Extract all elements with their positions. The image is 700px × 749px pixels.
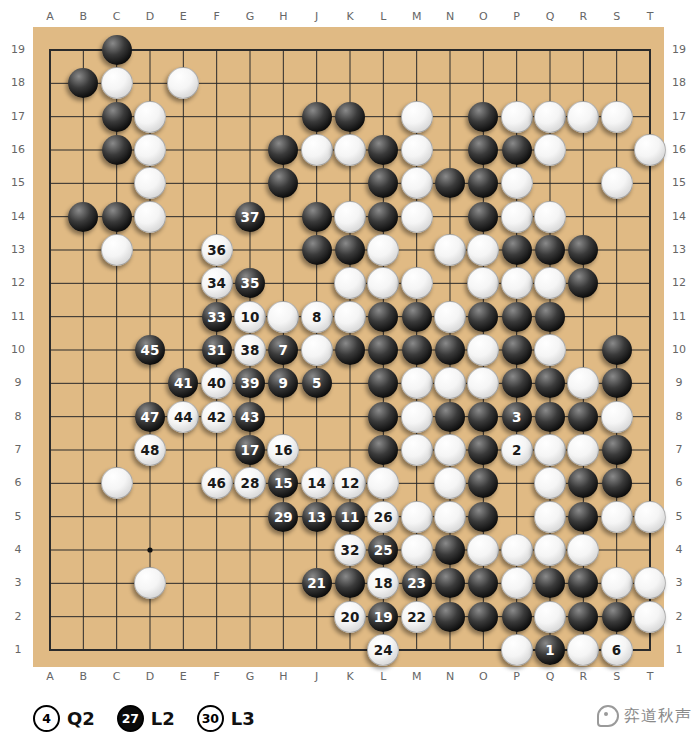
intersection-A4 bbox=[33, 533, 66, 566]
intersection-L10 bbox=[367, 333, 400, 366]
intersection-D17 bbox=[133, 100, 166, 133]
intersection-C6 bbox=[100, 467, 133, 500]
intersection-J8 bbox=[300, 400, 333, 433]
white-stone-D14 bbox=[134, 201, 166, 233]
col-label-top-O: O bbox=[470, 10, 496, 24]
intersection-K19 bbox=[333, 33, 366, 66]
intersection-K10 bbox=[333, 333, 366, 366]
intersection-T11 bbox=[633, 300, 666, 333]
black-stone-O2 bbox=[468, 602, 498, 632]
intersection-F19 bbox=[200, 33, 233, 66]
intersection-N13 bbox=[433, 233, 466, 266]
intersection-F10: 31 bbox=[200, 333, 233, 366]
white-stone-O10 bbox=[467, 334, 499, 366]
intersection-L1: 24 bbox=[367, 633, 400, 666]
intersection-B5 bbox=[67, 500, 100, 533]
col-label-bottom-P: P bbox=[504, 670, 530, 684]
intersection-A3 bbox=[33, 567, 66, 600]
intersection-D8: 47 bbox=[133, 400, 166, 433]
intersection-E19 bbox=[167, 33, 200, 66]
white-stone-F6: 46 bbox=[201, 467, 233, 499]
white-stone-K6: 12 bbox=[334, 467, 366, 499]
intersection-J18 bbox=[300, 67, 333, 100]
intersection-O3 bbox=[467, 567, 500, 600]
black-stone-Q13 bbox=[535, 235, 565, 265]
intersection-J9: 5 bbox=[300, 367, 333, 400]
intersection-P18 bbox=[500, 67, 533, 100]
black-stone-C14 bbox=[102, 202, 132, 232]
col-label-top-H: H bbox=[270, 10, 296, 24]
intersection-Q6 bbox=[533, 467, 566, 500]
intersection-O8 bbox=[467, 400, 500, 433]
black-stone-O3 bbox=[468, 568, 498, 598]
black-stone-H9: 9 bbox=[268, 368, 298, 398]
intersection-K14 bbox=[333, 200, 366, 233]
white-stone-J10 bbox=[301, 334, 333, 366]
white-stone-F8: 42 bbox=[201, 401, 233, 433]
caption-point-4: Q2 bbox=[67, 708, 95, 729]
intersection-N10 bbox=[433, 333, 466, 366]
col-label-top-J: J bbox=[304, 10, 330, 24]
intersection-Q14 bbox=[533, 200, 566, 233]
intersection-T17 bbox=[633, 100, 666, 133]
intersection-Q11 bbox=[533, 300, 566, 333]
intersection-L9 bbox=[367, 367, 400, 400]
intersection-T7 bbox=[633, 433, 666, 466]
intersection-B17 bbox=[67, 100, 100, 133]
col-label-top-N: N bbox=[437, 10, 463, 24]
intersection-O1 bbox=[467, 633, 500, 666]
white-stone-F12: 34 bbox=[201, 267, 233, 299]
white-stone-M12 bbox=[401, 267, 433, 299]
intersection-O5 bbox=[467, 500, 500, 533]
white-stone-M8 bbox=[401, 401, 433, 433]
black-stone-H6: 15 bbox=[268, 468, 298, 498]
intersection-F6: 46 bbox=[200, 467, 233, 500]
intersection-B9 bbox=[67, 367, 100, 400]
intersection-S4 bbox=[600, 533, 633, 566]
intersection-J1 bbox=[300, 633, 333, 666]
intersection-G11: 10 bbox=[233, 300, 266, 333]
intersection-R2 bbox=[567, 600, 600, 633]
intersection-G4 bbox=[233, 533, 266, 566]
intersection-C2 bbox=[100, 600, 133, 633]
intersection-Q15 bbox=[533, 167, 566, 200]
row-label-left-10: 10 bbox=[5, 343, 31, 357]
black-stone-F10: 31 bbox=[202, 335, 232, 365]
intersection-D18 bbox=[133, 67, 166, 100]
white-stone-Q2 bbox=[534, 601, 566, 633]
black-stone-O6 bbox=[468, 468, 498, 498]
intersection-C17 bbox=[100, 100, 133, 133]
intersection-S18 bbox=[600, 67, 633, 100]
intersection-O18 bbox=[467, 67, 500, 100]
black-stone-H15 bbox=[268, 168, 298, 198]
intersection-E9: 41 bbox=[167, 367, 200, 400]
intersection-N3 bbox=[433, 567, 466, 600]
black-stone-L14 bbox=[368, 202, 398, 232]
black-stone-K13 bbox=[335, 235, 365, 265]
col-label-top-A: A bbox=[37, 10, 63, 24]
row-label-right-17: 17 bbox=[666, 110, 692, 124]
row-label-left-18: 18 bbox=[5, 76, 31, 90]
black-stone-E9: 41 bbox=[168, 368, 198, 398]
intersection-Q12 bbox=[533, 267, 566, 300]
go-diagram: AABBCCDDEEFFGGHHJJKKLLMMNNOOPPQQRRSSTT19… bbox=[0, 0, 700, 749]
black-stone-J9: 5 bbox=[302, 368, 332, 398]
intersection-Q3 bbox=[533, 567, 566, 600]
intersection-S11 bbox=[600, 300, 633, 333]
white-stone-T2 bbox=[634, 601, 666, 633]
watermark-text: 弈道秋声 bbox=[624, 706, 692, 727]
intersection-C7 bbox=[100, 433, 133, 466]
intersection-E3 bbox=[167, 567, 200, 600]
intersection-Q8 bbox=[533, 400, 566, 433]
intersection-P19 bbox=[500, 33, 533, 66]
intersection-G12: 35 bbox=[233, 267, 266, 300]
intersection-H14 bbox=[267, 200, 300, 233]
col-label-bottom-G: G bbox=[237, 670, 263, 684]
intersection-B8 bbox=[67, 400, 100, 433]
row-label-right-3: 3 bbox=[666, 576, 692, 590]
white-stone-L1: 24 bbox=[367, 634, 399, 666]
col-label-bottom-O: O bbox=[470, 670, 496, 684]
row-label-right-14: 14 bbox=[666, 210, 692, 224]
col-label-bottom-D: D bbox=[137, 670, 163, 684]
black-stone-O15 bbox=[468, 168, 498, 198]
intersection-A16 bbox=[33, 133, 66, 166]
intersection-P7: 2 bbox=[500, 433, 533, 466]
intersection-C4 bbox=[100, 533, 133, 566]
row-label-left-1: 1 bbox=[5, 643, 31, 657]
white-stone-M7 bbox=[401, 434, 433, 466]
intersection-H17 bbox=[267, 100, 300, 133]
intersection-O16 bbox=[467, 133, 500, 166]
intersection-G1 bbox=[233, 633, 266, 666]
intersection-A2 bbox=[33, 600, 66, 633]
go-board: 3736343533108453138741403995474442433481… bbox=[33, 33, 666, 666]
intersection-A5 bbox=[33, 500, 66, 533]
intersection-N16 bbox=[433, 133, 466, 166]
intersection-G16 bbox=[233, 133, 266, 166]
intersection-F1 bbox=[200, 633, 233, 666]
intersection-H12 bbox=[267, 267, 300, 300]
intersection-C14 bbox=[100, 200, 133, 233]
intersection-O13 bbox=[467, 233, 500, 266]
intersection-O17 bbox=[467, 100, 500, 133]
black-stone-S10 bbox=[602, 335, 632, 365]
intersection-N19 bbox=[433, 33, 466, 66]
intersection-E11 bbox=[167, 300, 200, 333]
white-stone-D16 bbox=[134, 134, 166, 166]
black-stone-Q1: 1 bbox=[535, 635, 565, 665]
intersection-S6 bbox=[600, 467, 633, 500]
intersection-O7 bbox=[467, 433, 500, 466]
intersection-J10 bbox=[300, 333, 333, 366]
intersection-C18 bbox=[100, 67, 133, 100]
row-label-right-15: 15 bbox=[666, 176, 692, 190]
row-label-right-11: 11 bbox=[666, 310, 692, 324]
intersection-R16 bbox=[567, 133, 600, 166]
white-stone-K14 bbox=[334, 201, 366, 233]
intersection-O12 bbox=[467, 267, 500, 300]
black-stone-P10 bbox=[502, 335, 532, 365]
black-stone-P9 bbox=[502, 368, 532, 398]
white-stone-R4 bbox=[567, 534, 599, 566]
black-stone-S2 bbox=[602, 602, 632, 632]
black-stone-G8: 43 bbox=[235, 402, 265, 432]
black-stone-C16 bbox=[102, 135, 132, 165]
intersection-G6: 28 bbox=[233, 467, 266, 500]
intersection-P14 bbox=[500, 200, 533, 233]
intersection-H18 bbox=[267, 67, 300, 100]
intersection-G10: 38 bbox=[233, 333, 266, 366]
intersection-S5 bbox=[600, 500, 633, 533]
intersection-K13 bbox=[333, 233, 366, 266]
row-label-right-9: 9 bbox=[666, 376, 692, 390]
white-stone-P12 bbox=[501, 267, 533, 299]
intersection-M7 bbox=[400, 433, 433, 466]
white-stone-N11 bbox=[434, 301, 466, 333]
intersection-E7 bbox=[167, 433, 200, 466]
intersection-B14 bbox=[67, 200, 100, 233]
intersection-S2 bbox=[600, 600, 633, 633]
col-label-bottom-N: N bbox=[437, 670, 463, 684]
white-stone-Q7 bbox=[534, 434, 566, 466]
col-label-top-M: M bbox=[404, 10, 430, 24]
intersection-P2 bbox=[500, 600, 533, 633]
intersection-D19 bbox=[133, 33, 166, 66]
intersection-A12 bbox=[33, 267, 66, 300]
intersection-D16 bbox=[133, 133, 166, 166]
black-stone-G7: 17 bbox=[235, 435, 265, 465]
intersection-P17 bbox=[500, 100, 533, 133]
intersection-F2 bbox=[200, 600, 233, 633]
intersection-P3 bbox=[500, 567, 533, 600]
white-stone-N5 bbox=[434, 501, 466, 533]
black-stone-F11: 33 bbox=[202, 302, 232, 332]
black-stone-P16 bbox=[502, 135, 532, 165]
black-stone-O17 bbox=[468, 102, 498, 132]
white-stone-L3: 18 bbox=[367, 567, 399, 599]
row-label-left-6: 6 bbox=[5, 476, 31, 490]
intersection-D15 bbox=[133, 167, 166, 200]
intersection-Q1: 1 bbox=[533, 633, 566, 666]
black-stone-D10: 45 bbox=[135, 335, 165, 365]
row-label-left-13: 13 bbox=[5, 243, 31, 257]
white-stone-N6 bbox=[434, 467, 466, 499]
intersection-O19 bbox=[467, 33, 500, 66]
intersection-O10 bbox=[467, 333, 500, 366]
intersection-P8: 3 bbox=[500, 400, 533, 433]
col-label-top-F: F bbox=[204, 10, 230, 24]
intersection-J13 bbox=[300, 233, 333, 266]
intersection-S17 bbox=[600, 100, 633, 133]
intersection-G18 bbox=[233, 67, 266, 100]
intersection-T19 bbox=[633, 33, 666, 66]
intersection-Q17 bbox=[533, 100, 566, 133]
white-stone-J16 bbox=[301, 134, 333, 166]
intersection-C12 bbox=[100, 267, 133, 300]
white-stone-P4 bbox=[501, 534, 533, 566]
white-stone-M17 bbox=[401, 101, 433, 133]
row-label-left-11: 11 bbox=[5, 310, 31, 324]
intersection-Q5 bbox=[533, 500, 566, 533]
white-stone-Q16 bbox=[534, 134, 566, 166]
col-label-bottom-F: F bbox=[204, 670, 230, 684]
row-label-left-7: 7 bbox=[5, 443, 31, 457]
row-label-left-3: 3 bbox=[5, 576, 31, 590]
col-label-top-S: S bbox=[604, 10, 630, 24]
intersection-S3 bbox=[600, 567, 633, 600]
col-label-bottom-K: K bbox=[337, 670, 363, 684]
row-label-left-8: 8 bbox=[5, 410, 31, 424]
white-stone-C18 bbox=[101, 67, 133, 99]
caption-stone-4: 4 bbox=[33, 705, 60, 732]
intersection-L16 bbox=[367, 133, 400, 166]
black-stone-N8 bbox=[435, 402, 465, 432]
row-label-right-2: 2 bbox=[666, 610, 692, 624]
intersection-J16 bbox=[300, 133, 333, 166]
intersection-G5 bbox=[233, 500, 266, 533]
intersection-L14 bbox=[367, 200, 400, 233]
black-stone-N4 bbox=[435, 535, 465, 565]
intersection-H7: 16 bbox=[267, 433, 300, 466]
white-stone-S17 bbox=[601, 101, 633, 133]
black-stone-C17 bbox=[102, 102, 132, 132]
intersection-N15 bbox=[433, 167, 466, 200]
col-label-top-L: L bbox=[370, 10, 396, 24]
intersection-T18 bbox=[633, 67, 666, 100]
black-stone-R5 bbox=[568, 502, 598, 532]
white-stone-L5: 26 bbox=[367, 501, 399, 533]
intersection-Q18 bbox=[533, 67, 566, 100]
intersection-S1: 6 bbox=[600, 633, 633, 666]
white-stone-J6: 14 bbox=[301, 467, 333, 499]
intersection-P9 bbox=[500, 367, 533, 400]
col-label-bottom-Q: Q bbox=[537, 670, 563, 684]
intersection-K8 bbox=[333, 400, 366, 433]
intersection-R11 bbox=[567, 300, 600, 333]
intersection-C19 bbox=[100, 33, 133, 66]
intersection-M14 bbox=[400, 200, 433, 233]
intersection-M4 bbox=[400, 533, 433, 566]
intersection-Q2 bbox=[533, 600, 566, 633]
intersection-E12 bbox=[167, 267, 200, 300]
white-stone-Q5 bbox=[534, 501, 566, 533]
intersection-M8 bbox=[400, 400, 433, 433]
intersection-H16 bbox=[267, 133, 300, 166]
intersection-H15 bbox=[267, 167, 300, 200]
intersection-E14 bbox=[167, 200, 200, 233]
white-stone-K11 bbox=[334, 301, 366, 333]
row-label-right-16: 16 bbox=[666, 143, 692, 157]
intersection-T6 bbox=[633, 467, 666, 500]
intersection-M6 bbox=[400, 467, 433, 500]
intersection-B6 bbox=[67, 467, 100, 500]
intersection-G13 bbox=[233, 233, 266, 266]
intersection-B19 bbox=[67, 33, 100, 66]
white-stone-P1 bbox=[501, 634, 533, 666]
intersection-G19 bbox=[233, 33, 266, 66]
intersection-E18 bbox=[167, 67, 200, 100]
intersection-R3 bbox=[567, 567, 600, 600]
intersection-A7 bbox=[33, 433, 66, 466]
intersection-E5 bbox=[167, 500, 200, 533]
intersection-O6 bbox=[467, 467, 500, 500]
intersection-E6 bbox=[167, 467, 200, 500]
intersection-N18 bbox=[433, 67, 466, 100]
intersection-T2 bbox=[633, 600, 666, 633]
black-stone-O14 bbox=[468, 202, 498, 232]
white-stone-S3 bbox=[601, 567, 633, 599]
intersection-Q9 bbox=[533, 367, 566, 400]
intersection-K2: 20 bbox=[333, 600, 366, 633]
black-stone-J3: 21 bbox=[302, 568, 332, 598]
intersection-M2: 22 bbox=[400, 600, 433, 633]
intersection-R10 bbox=[567, 333, 600, 366]
black-stone-Q9 bbox=[535, 368, 565, 398]
intersection-D11 bbox=[133, 300, 166, 333]
intersection-N4 bbox=[433, 533, 466, 566]
intersection-R18 bbox=[567, 67, 600, 100]
intersection-A14 bbox=[33, 200, 66, 233]
intersection-K3 bbox=[333, 567, 366, 600]
black-stone-L7 bbox=[368, 435, 398, 465]
intersection-M19 bbox=[400, 33, 433, 66]
row-label-left-9: 9 bbox=[5, 376, 31, 390]
white-stone-G6: 28 bbox=[234, 467, 266, 499]
intersection-T14 bbox=[633, 200, 666, 233]
col-label-bottom-J: J bbox=[304, 670, 330, 684]
col-label-top-K: K bbox=[337, 10, 363, 24]
intersection-M10 bbox=[400, 333, 433, 366]
intersection-G8: 43 bbox=[233, 400, 266, 433]
intersection-S12 bbox=[600, 267, 633, 300]
intersection-N6 bbox=[433, 467, 466, 500]
black-stone-H10: 7 bbox=[268, 335, 298, 365]
intersection-H5: 29 bbox=[267, 500, 300, 533]
white-stone-D3 bbox=[134, 567, 166, 599]
intersection-O15 bbox=[467, 167, 500, 200]
intersection-M15 bbox=[400, 167, 433, 200]
row-label-right-10: 10 bbox=[666, 343, 692, 357]
intersection-K6: 12 bbox=[333, 467, 366, 500]
intersection-M1 bbox=[400, 633, 433, 666]
intersection-P11 bbox=[500, 300, 533, 333]
intersection-R8 bbox=[567, 400, 600, 433]
black-stone-H16 bbox=[268, 135, 298, 165]
intersection-T8 bbox=[633, 400, 666, 433]
intersection-Q4 bbox=[533, 533, 566, 566]
intersection-T5 bbox=[633, 500, 666, 533]
white-stone-M9 bbox=[401, 367, 433, 399]
intersection-S10 bbox=[600, 333, 633, 366]
intersection-E4 bbox=[167, 533, 200, 566]
caption-move-entry-27: 27L2 bbox=[117, 705, 175, 732]
intersection-C9 bbox=[100, 367, 133, 400]
intersection-M9 bbox=[400, 367, 433, 400]
intersection-L12 bbox=[367, 267, 400, 300]
white-stone-M5 bbox=[401, 501, 433, 533]
white-stone-S1: 6 bbox=[601, 634, 633, 666]
intersection-O14 bbox=[467, 200, 500, 233]
intersection-L19 bbox=[367, 33, 400, 66]
intersection-R1 bbox=[567, 633, 600, 666]
intersection-J4 bbox=[300, 533, 333, 566]
white-stone-P14 bbox=[501, 201, 533, 233]
white-stone-Q12 bbox=[534, 267, 566, 299]
